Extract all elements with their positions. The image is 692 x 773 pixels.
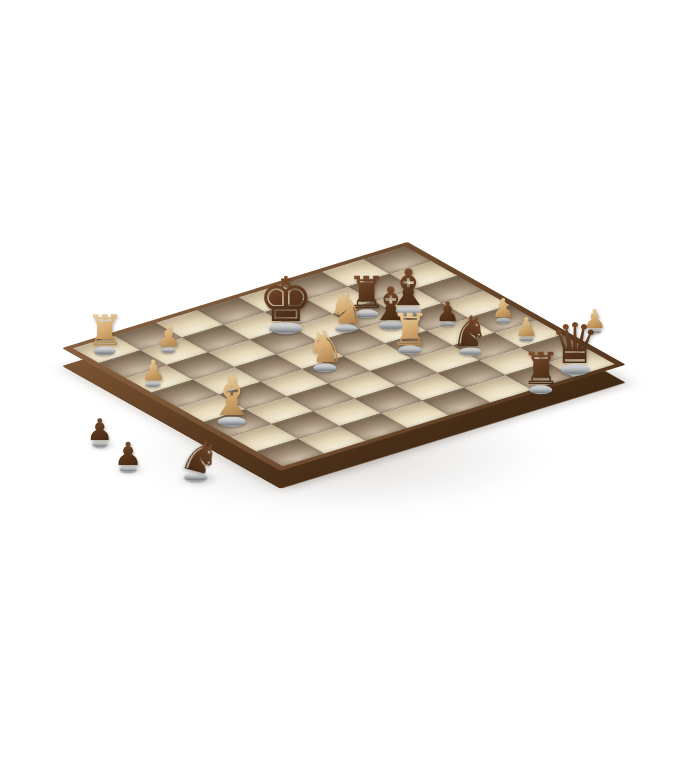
maple-knight-icon: ♞ (305, 325, 344, 369)
walnut-pawn-icon: ♟ (114, 438, 143, 470)
walnut-pawn-icon: ♟ (87, 415, 114, 445)
piece-maple-pawn-b7[interactable]: ♟ (156, 324, 181, 354)
captured-walnut-knight-3[interactable]: ♞ (176, 434, 215, 481)
maple-pawn-icon: ♟ (492, 296, 515, 322)
product-photo: ♚♜♝♝♟♞♜♛♜♟♟♝♞♞♜♟♟♟♟♟♞ (0, 0, 692, 773)
piece-maple-pawn-h3[interactable]: ♟ (515, 314, 538, 342)
maple-pawn-icon: ♟ (515, 314, 538, 340)
maple-bishop-icon: ♝ (208, 370, 256, 424)
maple-pawn-icon: ♟ (141, 357, 166, 385)
captured-walnut-pawn-2[interactable]: ♟ (114, 438, 143, 472)
piece-maple-rook-a8[interactable]: ♜ (86, 311, 124, 356)
maple-pawn-icon: ♟ (156, 324, 181, 352)
piece-maple-bishop-a3[interactable]: ♝ (208, 370, 256, 427)
piece-walnut-knight-g3[interactable]: ♞ (451, 311, 489, 356)
piece-maple-pawn-h4[interactable]: ♟ (492, 296, 515, 324)
piece-maple-knight-d4[interactable]: ♞ (305, 325, 344, 372)
piece-maple-rook-f4[interactable]: ♜ (390, 308, 429, 355)
maple-rook-icon: ♜ (86, 311, 124, 353)
piece-maple-pawn-a6[interactable]: ♟ (141, 357, 166, 387)
piece-walnut-rook-g2[interactable]: ♜ (521, 348, 560, 395)
maple-rook-icon: ♜ (390, 308, 429, 352)
captured-walnut-pawn-1[interactable]: ♟ (87, 415, 114, 447)
walnut-knight-icon: ♞ (451, 311, 489, 353)
walnut-rook-icon: ♜ (521, 348, 560, 392)
